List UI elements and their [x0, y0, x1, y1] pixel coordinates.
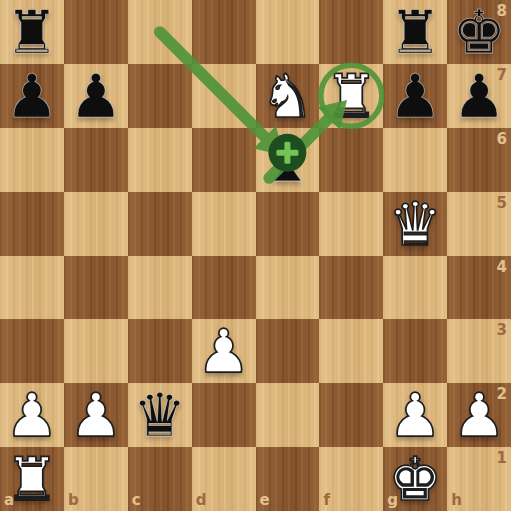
piece-black-bishop-e6[interactable]: ♝ [261, 130, 315, 190]
square-b2[interactable]: ♟ [64, 383, 128, 447]
square-c2[interactable]: ♛ [128, 383, 192, 447]
square-b7[interactable]: ♟ [64, 64, 128, 128]
piece-white-queen-g5[interactable]: ♛ [388, 194, 442, 254]
square-b4[interactable] [64, 256, 128, 320]
square-d7[interactable] [192, 64, 256, 128]
square-f1[interactable]: f [319, 447, 383, 511]
square-g8[interactable]: ♜ [383, 0, 447, 64]
square-c4[interactable] [128, 256, 192, 320]
piece-white-knight-e7[interactable]: ♞ [261, 66, 315, 126]
square-e2[interactable] [256, 383, 320, 447]
rank-label-6: 6 [497, 132, 507, 147]
piece-black-rook-a8[interactable]: ♜ [5, 2, 59, 62]
square-a1[interactable]: a♜ [0, 447, 64, 511]
piece-white-rook-f7[interactable]: ♜ [324, 66, 378, 126]
square-g5[interactable]: ♛ [383, 192, 447, 256]
square-g1[interactable]: g♚ [383, 447, 447, 511]
square-e7[interactable]: ♞ [256, 64, 320, 128]
square-d5[interactable] [192, 192, 256, 256]
square-f8[interactable] [319, 0, 383, 64]
chess-board[interactable]: ♜♜8♚♟♟♞♜♟7♟♝6♛54♟3♟♟♛♟2♟a♜bcdefg♚h1 [0, 0, 511, 511]
square-e3[interactable] [256, 319, 320, 383]
piece-black-pawn-g7[interactable]: ♟ [388, 66, 442, 126]
square-h1[interactable]: h1 [447, 447, 511, 511]
square-d4[interactable] [192, 256, 256, 320]
square-h5[interactable]: 5 [447, 192, 511, 256]
square-b3[interactable] [64, 319, 128, 383]
piece-black-pawn-b7[interactable]: ♟ [69, 66, 123, 126]
square-d2[interactable] [192, 383, 256, 447]
rank-label-1: 1 [497, 451, 507, 466]
square-g4[interactable] [383, 256, 447, 320]
square-d3[interactable]: ♟ [192, 319, 256, 383]
file-label-c: c [132, 493, 141, 508]
square-c8[interactable] [128, 0, 192, 64]
square-h6[interactable]: 6 [447, 128, 511, 192]
square-g2[interactable]: ♟ [383, 383, 447, 447]
square-f6[interactable] [319, 128, 383, 192]
file-label-h: h [451, 493, 462, 508]
chess-app: ♜♜8♚♟♟♞♜♟7♟♝6♛54♟3♟♟♛♟2♟a♜bcdefg♚h1 [0, 0, 511, 511]
square-e1[interactable]: e [256, 447, 320, 511]
file-label-f: f [323, 493, 330, 508]
piece-white-king-g1[interactable]: ♚ [388, 449, 442, 509]
piece-black-pawn-a7[interactable]: ♟ [5, 66, 59, 126]
piece-black-king-h8[interactable]: ♚ [452, 2, 506, 62]
square-a2[interactable]: ♟ [0, 383, 64, 447]
square-e5[interactable] [256, 192, 320, 256]
square-a5[interactable] [0, 192, 64, 256]
rank-label-3: 3 [497, 323, 507, 338]
file-label-e: e [260, 493, 270, 508]
square-e4[interactable] [256, 256, 320, 320]
square-h7[interactable]: 7♟ [447, 64, 511, 128]
rank-label-5: 5 [497, 196, 507, 211]
piece-black-pawn-h7[interactable]: ♟ [452, 66, 506, 126]
piece-white-pawn-b2[interactable]: ♟ [69, 385, 123, 445]
rank-label-4: 4 [497, 260, 507, 275]
square-c6[interactable] [128, 128, 192, 192]
piece-white-pawn-g2[interactable]: ♟ [388, 385, 442, 445]
square-d8[interactable] [192, 0, 256, 64]
square-b5[interactable] [64, 192, 128, 256]
square-b8[interactable] [64, 0, 128, 64]
square-b1[interactable]: b [64, 447, 128, 511]
square-a8[interactable]: ♜ [0, 0, 64, 64]
square-f7[interactable]: ♜ [319, 64, 383, 128]
square-h4[interactable]: 4 [447, 256, 511, 320]
square-g6[interactable] [383, 128, 447, 192]
piece-white-pawn-d3[interactable]: ♟ [197, 321, 251, 381]
square-f3[interactable] [319, 319, 383, 383]
square-c7[interactable] [128, 64, 192, 128]
square-e8[interactable] [256, 0, 320, 64]
square-c1[interactable]: c [128, 447, 192, 511]
piece-black-queen-c2[interactable]: ♛ [133, 385, 187, 445]
piece-white-rook-a1[interactable]: ♜ [5, 449, 59, 509]
file-label-d: d [196, 493, 207, 508]
piece-white-pawn-a2[interactable]: ♟ [5, 385, 59, 445]
square-a3[interactable] [0, 319, 64, 383]
square-f5[interactable] [319, 192, 383, 256]
square-c3[interactable] [128, 319, 192, 383]
square-a6[interactable] [0, 128, 64, 192]
square-g3[interactable] [383, 319, 447, 383]
file-label-b: b [68, 493, 79, 508]
piece-white-pawn-h2[interactable]: ♟ [452, 385, 506, 445]
square-h8[interactable]: 8♚ [447, 0, 511, 64]
square-d1[interactable]: d [192, 447, 256, 511]
square-b6[interactable] [64, 128, 128, 192]
piece-black-rook-g8[interactable]: ♜ [388, 2, 442, 62]
square-a4[interactable] [0, 256, 64, 320]
square-c5[interactable] [128, 192, 192, 256]
square-d6[interactable] [192, 128, 256, 192]
square-h2[interactable]: 2♟ [447, 383, 511, 447]
square-a7[interactable]: ♟ [0, 64, 64, 128]
square-e6[interactable]: ♝ [256, 128, 320, 192]
square-h3[interactable]: 3 [447, 319, 511, 383]
square-g7[interactable]: ♟ [383, 64, 447, 128]
square-f4[interactable] [319, 256, 383, 320]
square-f2[interactable] [319, 383, 383, 447]
